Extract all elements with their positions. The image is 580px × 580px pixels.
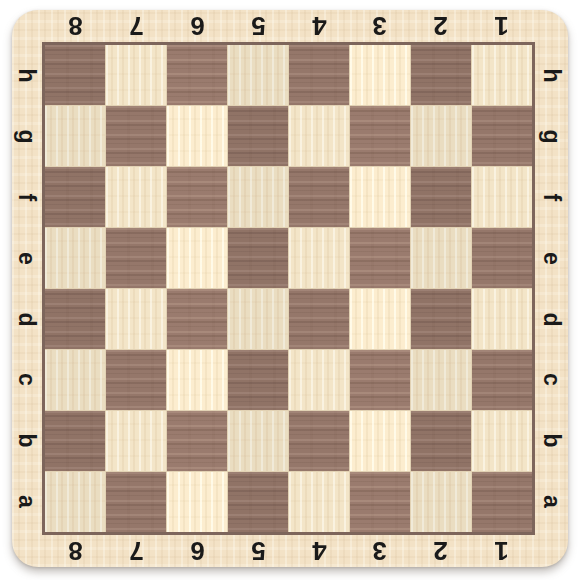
square-c3[interactable] [350, 350, 410, 410]
square-a5[interactable] [228, 472, 288, 532]
rank-label-bottom-8: 8 [45, 535, 106, 567]
square-b2[interactable] [411, 411, 471, 471]
square-d3[interactable] [350, 289, 410, 349]
square-b6[interactable] [167, 411, 227, 471]
square-f1[interactable] [472, 167, 532, 227]
square-f6[interactable] [167, 167, 227, 227]
rank-label-top-8: 8 [45, 10, 106, 42]
square-d2[interactable] [411, 289, 471, 349]
square-h7[interactable] [106, 45, 166, 105]
square-f4[interactable] [289, 167, 349, 227]
square-d1[interactable] [472, 289, 532, 349]
board-grid [45, 45, 532, 532]
square-e7[interactable] [106, 228, 166, 288]
square-g6[interactable] [167, 106, 227, 166]
square-d6[interactable] [167, 289, 227, 349]
square-a8[interactable] [45, 472, 105, 532]
right-file-labels: hgfedcba [535, 45, 568, 532]
square-d5[interactable] [228, 289, 288, 349]
square-f2[interactable] [411, 167, 471, 227]
square-e5[interactable] [228, 228, 288, 288]
square-f3[interactable] [350, 167, 410, 227]
rank-label-bottom-7: 7 [106, 535, 167, 567]
square-h2[interactable] [411, 45, 471, 105]
rank-label-top-4: 4 [289, 10, 350, 42]
rank-label-bottom-3: 3 [349, 535, 410, 567]
square-e4[interactable] [289, 228, 349, 288]
square-h5[interactable] [228, 45, 288, 105]
rank-label-top-2: 2 [410, 10, 471, 42]
square-a1[interactable] [472, 472, 532, 532]
square-d7[interactable] [106, 289, 166, 349]
rank-label-top-3: 3 [349, 10, 410, 42]
square-g5[interactable] [228, 106, 288, 166]
square-f7[interactable] [106, 167, 166, 227]
rank-label-bottom-5: 5 [228, 535, 289, 567]
square-h4[interactable] [289, 45, 349, 105]
square-c4[interactable] [289, 350, 349, 410]
square-a4[interactable] [289, 472, 349, 532]
top-rank-labels: 87654321 [45, 10, 532, 42]
square-e1[interactable] [472, 228, 532, 288]
square-a2[interactable] [411, 472, 471, 532]
square-d8[interactable] [45, 289, 105, 349]
square-c6[interactable] [167, 350, 227, 410]
rank-label-top-7: 7 [106, 10, 167, 42]
square-b5[interactable] [228, 411, 288, 471]
square-c1[interactable] [472, 350, 532, 410]
square-g1[interactable] [472, 106, 532, 166]
square-e8[interactable] [45, 228, 105, 288]
rank-label-top-1: 1 [471, 10, 532, 42]
square-d4[interactable] [289, 289, 349, 349]
square-a3[interactable] [350, 472, 410, 532]
square-b1[interactable] [472, 411, 532, 471]
square-g4[interactable] [289, 106, 349, 166]
rank-label-bottom-2: 2 [410, 535, 471, 567]
square-g3[interactable] [350, 106, 410, 166]
square-g8[interactable] [45, 106, 105, 166]
square-c2[interactable] [411, 350, 471, 410]
square-f8[interactable] [45, 167, 105, 227]
square-c8[interactable] [45, 350, 105, 410]
square-h8[interactable] [45, 45, 105, 105]
rank-label-bottom-1: 1 [471, 535, 532, 567]
board-frame [42, 42, 535, 535]
square-b7[interactable] [106, 411, 166, 471]
square-h3[interactable] [350, 45, 410, 105]
rank-label-bottom-6: 6 [167, 535, 228, 567]
square-b3[interactable] [350, 411, 410, 471]
rank-label-bottom-4: 4 [289, 535, 350, 567]
square-g7[interactable] [106, 106, 166, 166]
bottom-rank-labels: 87654321 [45, 535, 532, 567]
square-a7[interactable] [106, 472, 166, 532]
square-c7[interactable] [106, 350, 166, 410]
rank-label-top-5: 5 [228, 10, 289, 42]
square-h1[interactable] [472, 45, 532, 105]
square-a6[interactable] [167, 472, 227, 532]
square-b8[interactable] [45, 411, 105, 471]
square-e6[interactable] [167, 228, 227, 288]
square-e3[interactable] [350, 228, 410, 288]
square-b4[interactable] [289, 411, 349, 471]
square-e2[interactable] [411, 228, 471, 288]
square-f5[interactable] [228, 167, 288, 227]
square-c5[interactable] [228, 350, 288, 410]
square-g2[interactable] [411, 106, 471, 166]
chess-board: 87654321 87654321 hgfedcba hgfedcba [12, 10, 568, 567]
left-file-labels: hgfedcba [12, 45, 42, 532]
square-h6[interactable] [167, 45, 227, 105]
rank-label-top-6: 6 [167, 10, 228, 42]
